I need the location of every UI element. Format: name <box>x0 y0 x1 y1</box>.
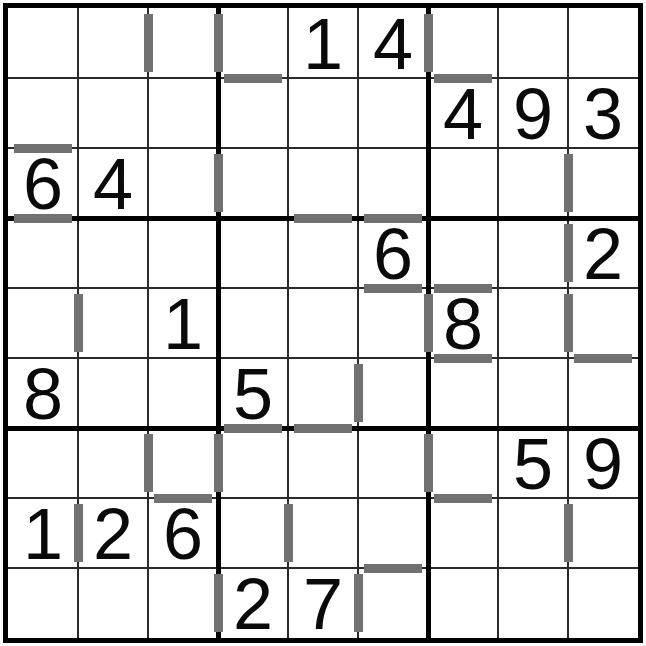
cell-r7c1[interactable] <box>8 428 78 498</box>
cell-r4c7[interactable] <box>428 218 498 288</box>
given-digit: 6 <box>373 218 413 290</box>
cell-r2c3[interactable] <box>148 78 218 148</box>
given-digit: 2 <box>583 218 623 290</box>
cell-r5c7[interactable]: 8 <box>428 288 498 358</box>
cell-r9c4[interactable]: 2 <box>218 568 288 638</box>
cell-r4c6[interactable]: 6 <box>358 218 428 288</box>
cell-r6c8[interactable] <box>498 358 568 428</box>
cell-r9c7[interactable] <box>428 568 498 638</box>
cell-r8c9[interactable] <box>568 498 638 568</box>
given-digit: 1 <box>303 8 343 80</box>
cell-r8c3[interactable]: 6 <box>148 498 218 568</box>
cell-r5c1[interactable] <box>8 288 78 358</box>
cell-r7c5[interactable] <box>288 428 358 498</box>
cell-r6c2[interactable] <box>78 358 148 428</box>
cell-r2c8[interactable]: 9 <box>498 78 568 148</box>
cell-r3c8[interactable] <box>498 148 568 218</box>
cell-r3c1[interactable]: 6 <box>8 148 78 218</box>
sudoku-grid: 14493646218855912627 <box>3 3 643 643</box>
cell-r8c2[interactable]: 2 <box>78 498 148 568</box>
cell-r1c5[interactable]: 1 <box>288 8 358 78</box>
cell-r9c8[interactable] <box>498 568 568 638</box>
cell-r7c9[interactable]: 9 <box>568 428 638 498</box>
given-digit: 2 <box>233 568 273 640</box>
given-digit: 9 <box>513 78 553 150</box>
cell-r4c1[interactable] <box>8 218 78 288</box>
cell-r5c2[interactable] <box>78 288 148 358</box>
given-digit: 6 <box>163 498 203 570</box>
given-digit: 7 <box>303 568 343 640</box>
cell-r9c1[interactable] <box>8 568 78 638</box>
cell-r7c7[interactable] <box>428 428 498 498</box>
cell-r1c6[interactable]: 4 <box>358 8 428 78</box>
cell-r2c9[interactable]: 3 <box>568 78 638 148</box>
cell-r9c6[interactable] <box>358 568 428 638</box>
cell-r8c7[interactable] <box>428 498 498 568</box>
cell-r5c9[interactable] <box>568 288 638 358</box>
cell-r1c4[interactable] <box>218 8 288 78</box>
cell-r4c3[interactable] <box>148 218 218 288</box>
cell-r8c5[interactable] <box>288 498 358 568</box>
cell-r6c3[interactable] <box>148 358 218 428</box>
cell-r9c3[interactable] <box>148 568 218 638</box>
sudoku-board: 14493646218855912627 <box>3 3 643 643</box>
given-digit: 4 <box>373 8 413 80</box>
given-digit: 8 <box>23 358 63 430</box>
cell-r1c2[interactable] <box>78 8 148 78</box>
cell-r7c6[interactable] <box>358 428 428 498</box>
cell-r9c2[interactable] <box>78 568 148 638</box>
cell-r5c4[interactable] <box>218 288 288 358</box>
cell-r6c5[interactable] <box>288 358 358 428</box>
given-digit: 4 <box>93 148 133 220</box>
given-digit: 1 <box>23 498 63 570</box>
given-digit: 5 <box>513 428 553 500</box>
cell-r5c3[interactable]: 1 <box>148 288 218 358</box>
cell-r6c7[interactable] <box>428 358 498 428</box>
cell-r3c3[interactable] <box>148 148 218 218</box>
cell-r2c5[interactable] <box>288 78 358 148</box>
cell-r6c1[interactable]: 8 <box>8 358 78 428</box>
cell-r9c9[interactable] <box>568 568 638 638</box>
cell-r7c3[interactable] <box>148 428 218 498</box>
cell-r6c9[interactable] <box>568 358 638 428</box>
cell-r5c5[interactable] <box>288 288 358 358</box>
cell-r4c9[interactable]: 2 <box>568 218 638 288</box>
cell-r1c9[interactable] <box>568 8 638 78</box>
cell-r2c2[interactable] <box>78 78 148 148</box>
cell-r3c4[interactable] <box>218 148 288 218</box>
cell-r5c6[interactable] <box>358 288 428 358</box>
given-digit: 8 <box>443 288 483 360</box>
cell-r8c4[interactable] <box>218 498 288 568</box>
cell-r6c4[interactable]: 5 <box>218 358 288 428</box>
cell-r3c9[interactable] <box>568 148 638 218</box>
cell-r1c1[interactable] <box>8 8 78 78</box>
cell-r1c7[interactable] <box>428 8 498 78</box>
given-digit: 9 <box>583 428 623 500</box>
cell-r5c8[interactable] <box>498 288 568 358</box>
cell-r8c8[interactable] <box>498 498 568 568</box>
given-digit: 1 <box>163 288 203 360</box>
cell-r1c8[interactable] <box>498 8 568 78</box>
cell-r7c2[interactable] <box>78 428 148 498</box>
cell-r4c5[interactable] <box>288 218 358 288</box>
cell-r3c7[interactable] <box>428 148 498 218</box>
given-digit: 3 <box>583 78 623 150</box>
cell-r7c8[interactable]: 5 <box>498 428 568 498</box>
given-digit: 6 <box>23 148 63 220</box>
given-digit: 5 <box>233 358 273 430</box>
cell-r4c8[interactable] <box>498 218 568 288</box>
cell-r8c1[interactable]: 1 <box>8 498 78 568</box>
cell-r3c5[interactable] <box>288 148 358 218</box>
cell-r3c6[interactable] <box>358 148 428 218</box>
cell-r2c7[interactable]: 4 <box>428 78 498 148</box>
cell-r8c6[interactable] <box>358 498 428 568</box>
cell-r6c6[interactable] <box>358 358 428 428</box>
cell-r2c1[interactable] <box>8 78 78 148</box>
cell-r3c2[interactable]: 4 <box>78 148 148 218</box>
given-digit: 2 <box>93 498 133 570</box>
cell-r4c2[interactable] <box>78 218 148 288</box>
cell-r2c6[interactable] <box>358 78 428 148</box>
cell-r1c3[interactable] <box>148 8 218 78</box>
cell-r2c4[interactable] <box>218 78 288 148</box>
cell-r4c4[interactable] <box>218 218 288 288</box>
given-digit: 4 <box>443 78 483 150</box>
cell-r9c5[interactable]: 7 <box>288 568 358 638</box>
cell-r7c4[interactable] <box>218 428 288 498</box>
